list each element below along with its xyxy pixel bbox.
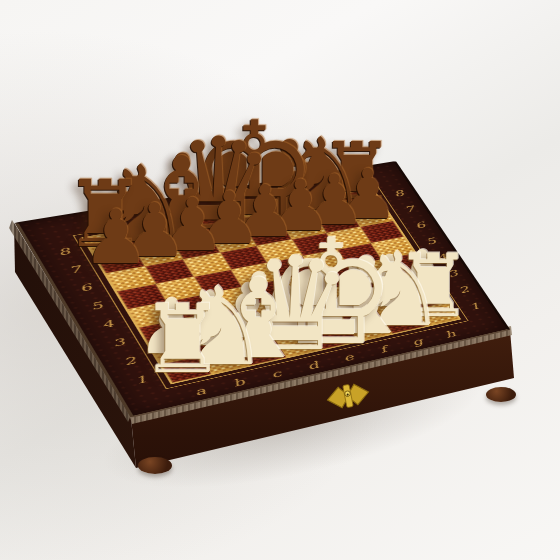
rank-label-right-8: 8: [391, 188, 406, 198]
box-foot: [138, 457, 172, 474]
rank-label-left-7: 7: [65, 263, 83, 275]
rank-label-left-5: 5: [87, 299, 105, 311]
file-label-c: c: [268, 368, 284, 380]
file-label-b: b: [230, 376, 247, 388]
box-foot: [486, 387, 516, 402]
rank-label-right-3: 3: [445, 268, 460, 279]
rank-label-left-2: 2: [120, 354, 138, 367]
rank-label-right-2: 2: [456, 284, 471, 295]
file-label-h: h: [442, 328, 458, 339]
file-label-f: f: [377, 344, 389, 355]
rank-label-left-6: 6: [76, 281, 94, 293]
rank-label-right-6: 6: [412, 220, 427, 230]
rank-label-left-8: 8: [55, 245, 73, 257]
file-label-g: g: [409, 336, 425, 348]
file-label-e: e: [340, 351, 356, 363]
rank-label-left-3: 3: [109, 336, 127, 348]
rank-label-right-1: 1: [467, 300, 482, 311]
rank-label-left-1: 1: [132, 373, 150, 386]
file-label-a: a: [191, 385, 208, 398]
chess-set-photo: 8877665544332211abcdefgh ♜♞♝♛♚♝♞♜♟♟♟♟♟♟♟…: [0, 0, 560, 560]
rank-label-left-4: 4: [98, 318, 116, 330]
rank-label-right-4: 4: [434, 252, 449, 263]
file-label-d: d: [304, 359, 321, 371]
rank-label-right-5: 5: [423, 236, 438, 247]
rank-label-right-7: 7: [401, 204, 416, 214]
